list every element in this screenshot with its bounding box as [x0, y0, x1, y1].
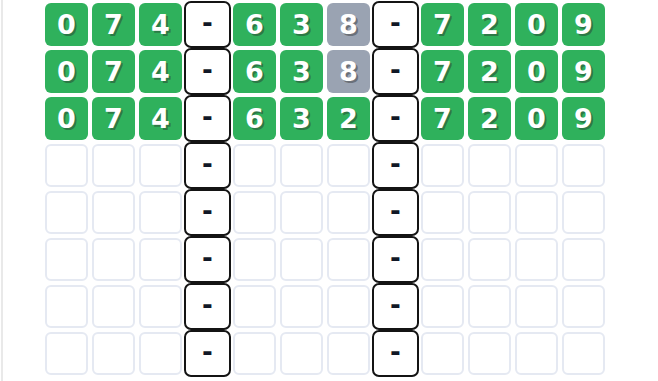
- board-cell: 2: [468, 50, 511, 93]
- board-cell: [139, 238, 182, 281]
- board-cell: [45, 285, 88, 328]
- board-cell: [327, 191, 370, 234]
- board-cell: 3: [280, 97, 323, 140]
- separator-cell: -: [184, 1, 231, 48]
- board-cell: [92, 144, 135, 187]
- board-cell: 2: [468, 3, 511, 46]
- separator-cell: -: [372, 283, 419, 330]
- board-cell: [327, 332, 370, 375]
- board-cell: [515, 285, 558, 328]
- board-cell: 0: [45, 3, 88, 46]
- board-cell: 2: [327, 97, 370, 140]
- board-cell: 0: [45, 97, 88, 140]
- board-cell: [468, 238, 511, 281]
- board-cell: 4: [139, 3, 182, 46]
- board-cell: [515, 191, 558, 234]
- board-cell: [421, 285, 464, 328]
- board-cell: [280, 332, 323, 375]
- board-cell: 7: [92, 3, 135, 46]
- separator-cell: -: [184, 48, 231, 95]
- board-cell: [280, 191, 323, 234]
- board-cell: 9: [562, 97, 605, 140]
- board-cell: [468, 191, 511, 234]
- board-cell: [92, 191, 135, 234]
- board-cell: [562, 191, 605, 234]
- board-cell: [233, 332, 276, 375]
- board-cell: 8: [327, 3, 370, 46]
- board-cell: 0: [45, 50, 88, 93]
- board-cell: 0: [515, 97, 558, 140]
- separator-cell: -: [372, 330, 419, 377]
- board-cell: 7: [421, 50, 464, 93]
- board-cell: [327, 144, 370, 187]
- board-cell: [92, 238, 135, 281]
- board-cell: [139, 191, 182, 234]
- board-cell: [280, 238, 323, 281]
- separator-cell: -: [372, 189, 419, 236]
- separator-cell: -: [184, 189, 231, 236]
- board-cell: [327, 238, 370, 281]
- board-cell: [92, 332, 135, 375]
- board-cell: [421, 238, 464, 281]
- board-cell: [233, 144, 276, 187]
- board-cell: [562, 285, 605, 328]
- board-cell: [515, 144, 558, 187]
- board-cell: [233, 285, 276, 328]
- board-cell: [562, 238, 605, 281]
- board-cell: [45, 332, 88, 375]
- board-cell: 2: [468, 97, 511, 140]
- board-cell: 8: [327, 50, 370, 93]
- separator-cell: -: [184, 330, 231, 377]
- board-cell: [421, 144, 464, 187]
- board-cell: 9: [562, 3, 605, 46]
- board-cell: 7: [92, 97, 135, 140]
- separator-cell: -: [372, 48, 419, 95]
- board-cell: [45, 191, 88, 234]
- board-cell: [515, 332, 558, 375]
- board-cell: 7: [421, 97, 464, 140]
- separator-cell: -: [184, 142, 231, 189]
- separator-cell: -: [372, 142, 419, 189]
- separator-cell: -: [184, 283, 231, 330]
- separator-cell: -: [372, 236, 419, 283]
- board-cell: [45, 238, 88, 281]
- board-cell: [327, 285, 370, 328]
- board-cell: [139, 285, 182, 328]
- board-cell: 4: [139, 97, 182, 140]
- board-cell: [421, 191, 464, 234]
- board-cell: 7: [92, 50, 135, 93]
- board-cell: [468, 144, 511, 187]
- board-cell: 0: [515, 50, 558, 93]
- board-cell: [468, 285, 511, 328]
- board-cell: [233, 238, 276, 281]
- game-page: 074-638-7209074-638-7209074-632-7209----…: [0, 0, 658, 381]
- separator-cell: -: [372, 1, 419, 48]
- board-cell: 6: [233, 3, 276, 46]
- board-cell: [139, 144, 182, 187]
- board-cell: [233, 191, 276, 234]
- page-edge-divider: [1, 0, 3, 381]
- board-cell: 3: [280, 50, 323, 93]
- board-cell: 3: [280, 3, 323, 46]
- board-cell: [562, 332, 605, 375]
- board-cell: 6: [233, 97, 276, 140]
- board-cell: [45, 144, 88, 187]
- board-cell: [280, 144, 323, 187]
- board-cell: 9: [562, 50, 605, 93]
- board-cell: 4: [139, 50, 182, 93]
- board-cell: [421, 332, 464, 375]
- board-cell: [562, 144, 605, 187]
- board-cell: [280, 285, 323, 328]
- board-cell: [468, 332, 511, 375]
- board-cell: [92, 285, 135, 328]
- guess-board: 074-638-7209074-638-7209074-632-7209----…: [45, 3, 605, 375]
- board-cell: 6: [233, 50, 276, 93]
- board-cell: 7: [421, 3, 464, 46]
- separator-cell: -: [184, 95, 231, 142]
- board-cell: 0: [515, 3, 558, 46]
- board-cell: [515, 238, 558, 281]
- separator-cell: -: [184, 236, 231, 283]
- board-cell: [139, 332, 182, 375]
- separator-cell: -: [372, 95, 419, 142]
